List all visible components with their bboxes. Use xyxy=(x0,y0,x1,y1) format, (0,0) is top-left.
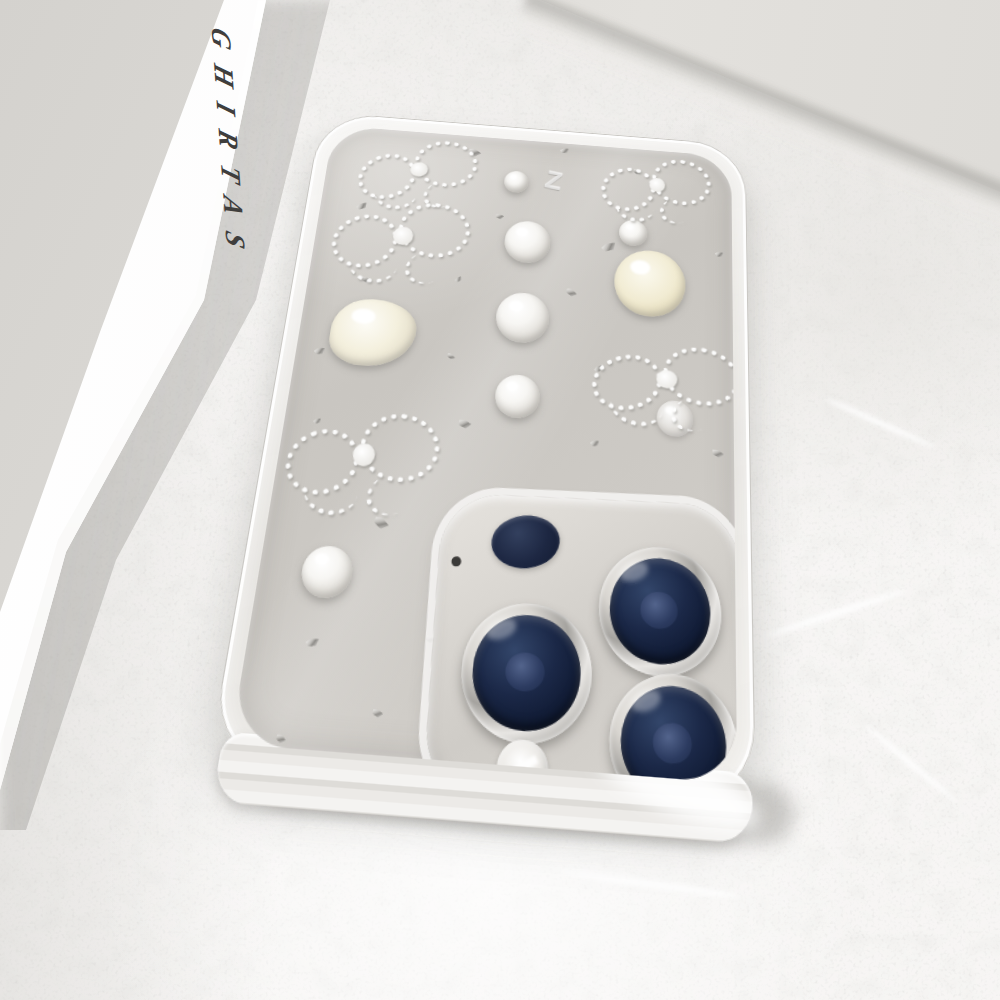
lens-pupil xyxy=(640,592,677,630)
case-back-panel: Z xyxy=(230,125,737,783)
pearl-highlight xyxy=(506,381,519,391)
camera-lens xyxy=(609,672,737,784)
pearl-highlight xyxy=(351,308,377,324)
phone-case: Z xyxy=(208,112,756,806)
camera-module xyxy=(422,493,737,784)
pearl-bow xyxy=(598,156,716,217)
pearl-highlight xyxy=(314,553,330,565)
camera-lens xyxy=(598,545,723,679)
camera-lens xyxy=(458,601,593,746)
pearl-highlight xyxy=(515,227,528,237)
pearl-bow xyxy=(589,342,738,421)
sensor-lens xyxy=(489,512,562,571)
pearl-bow xyxy=(330,197,474,278)
photo-scene: GHIRTAS Z xyxy=(0,0,1000,1000)
pearl-bow xyxy=(282,407,442,509)
pearl-highlight xyxy=(510,174,517,179)
microphone-hole xyxy=(451,556,461,566)
pearl-highlight xyxy=(630,259,650,275)
pearl-highlight xyxy=(625,224,633,230)
lens-pupil xyxy=(653,723,692,764)
pearl-highlight xyxy=(508,300,524,312)
bow-knot xyxy=(656,370,678,389)
phone-case-wrapper: Z xyxy=(251,73,771,758)
